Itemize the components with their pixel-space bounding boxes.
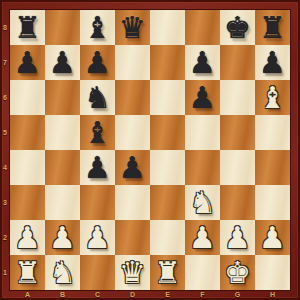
square-c6[interactable]: ♞ [80,80,115,115]
rank-label-6: 6 [0,80,10,115]
rank-label-3: 3 [0,185,10,220]
file-label-g: G [220,290,255,300]
rank-label-8: 8 [0,10,10,45]
square-e7[interactable] [150,45,185,80]
square-b4[interactable] [45,150,80,185]
rank-label-5: 5 [0,115,10,150]
white-rook-e1[interactable]: ♜ [154,255,181,290]
square-d6[interactable] [115,80,150,115]
square-f8[interactable] [185,10,220,45]
square-c4[interactable]: ♟ [80,150,115,185]
square-f4[interactable] [185,150,220,185]
square-d3[interactable] [115,185,150,220]
chess-board-frame: 87654321 ♜♝♛♚♜♟♟♟♟♟♞♟♝♝♟♟♞♟♟♟♟♟♟♜♞♛♜♚ AB… [0,0,300,300]
rank-label-7: 7 [0,45,10,80]
square-c5[interactable]: ♝ [80,115,115,150]
square-h6[interactable]: ♝ [255,80,290,115]
rank-label-2: 2 [0,220,10,255]
square-a3[interactable] [10,185,45,220]
rank-labels: 87654321 [0,10,10,290]
white-knight-f3[interactable]: ♞ [189,185,216,220]
white-bishop-h6[interactable]: ♝ [259,80,286,115]
chess-board[interactable]: ♜♝♛♚♜♟♟♟♟♟♞♟♝♝♟♟♞♟♟♟♟♟♟♜♞♛♜♚ [10,10,290,290]
file-label-b: B [45,290,80,300]
black-rook-a8[interactable]: ♜ [14,10,41,45]
square-h5[interactable] [255,115,290,150]
square-c3[interactable] [80,185,115,220]
square-h1[interactable] [255,255,290,290]
white-pawn-a2[interactable]: ♟ [14,220,41,255]
square-d2[interactable] [115,220,150,255]
square-f1[interactable] [185,255,220,290]
file-label-d: D [115,290,150,300]
square-g2[interactable]: ♟ [220,220,255,255]
square-f7[interactable]: ♟ [185,45,220,80]
square-e3[interactable] [150,185,185,220]
white-pawn-c2[interactable]: ♟ [84,220,111,255]
square-g3[interactable] [220,185,255,220]
file-label-a: A [10,290,45,300]
square-e2[interactable] [150,220,185,255]
white-knight-b1[interactable]: ♞ [49,255,76,290]
square-b5[interactable] [45,115,80,150]
square-f5[interactable] [185,115,220,150]
square-f2[interactable]: ♟ [185,220,220,255]
black-pawn-a7[interactable]: ♟ [14,45,41,80]
black-pawn-c7[interactable]: ♟ [84,45,111,80]
square-g7[interactable] [220,45,255,80]
rank-label-4: 4 [0,150,10,185]
square-g6[interactable] [220,80,255,115]
file-labels: ABCDEFGH [10,290,290,300]
white-pawn-h2[interactable]: ♟ [259,220,286,255]
file-label-f: F [185,290,220,300]
square-h2[interactable]: ♟ [255,220,290,255]
black-king-g8[interactable]: ♚ [224,10,251,45]
square-g5[interactable] [220,115,255,150]
square-e5[interactable] [150,115,185,150]
black-bishop-c5[interactable]: ♝ [84,115,111,150]
file-label-h: H [255,290,290,300]
square-h8[interactable]: ♜ [255,10,290,45]
square-g1[interactable]: ♚ [220,255,255,290]
square-a2[interactable]: ♟ [10,220,45,255]
white-pawn-g2[interactable]: ♟ [224,220,251,255]
black-pawn-f7[interactable]: ♟ [189,45,216,80]
black-pawn-c4[interactable]: ♟ [84,150,111,185]
black-pawn-d4[interactable]: ♟ [119,150,146,185]
square-a7[interactable]: ♟ [10,45,45,80]
square-d1[interactable]: ♛ [115,255,150,290]
square-b3[interactable] [45,185,80,220]
file-label-c: C [80,290,115,300]
black-pawn-f6[interactable]: ♟ [189,80,216,115]
white-queen-d1[interactable]: ♛ [119,255,146,290]
black-queen-d8[interactable]: ♛ [119,10,146,45]
square-e1[interactable]: ♜ [150,255,185,290]
square-e8[interactable] [150,10,185,45]
rank-label-1: 1 [0,255,10,290]
file-label-e: E [150,290,185,300]
square-d5[interactable] [115,115,150,150]
square-a6[interactable] [10,80,45,115]
square-b8[interactable] [45,10,80,45]
black-knight-c6[interactable]: ♞ [84,80,111,115]
white-pawn-f2[interactable]: ♟ [189,220,216,255]
square-a4[interactable] [10,150,45,185]
square-b6[interactable] [45,80,80,115]
square-h4[interactable] [255,150,290,185]
square-h7[interactable]: ♟ [255,45,290,80]
square-c2[interactable]: ♟ [80,220,115,255]
square-a1[interactable]: ♜ [10,255,45,290]
square-a5[interactable] [10,115,45,150]
square-b7[interactable]: ♟ [45,45,80,80]
square-f3[interactable]: ♞ [185,185,220,220]
square-g4[interactable] [220,150,255,185]
square-e6[interactable] [150,80,185,115]
square-h3[interactable] [255,185,290,220]
square-g8[interactable]: ♚ [220,10,255,45]
black-pawn-b7[interactable]: ♟ [49,45,76,80]
white-king-g1[interactable]: ♚ [224,255,251,290]
square-a8[interactable]: ♜ [10,10,45,45]
square-e4[interactable] [150,150,185,185]
square-d4[interactable]: ♟ [115,150,150,185]
white-pawn-b2[interactable]: ♟ [49,220,76,255]
square-c7[interactable]: ♟ [80,45,115,80]
square-f6[interactable]: ♟ [185,80,220,115]
square-b1[interactable]: ♞ [45,255,80,290]
white-rook-a1[interactable]: ♜ [14,255,41,290]
square-c1[interactable] [80,255,115,290]
black-bishop-c8[interactable]: ♝ [84,10,111,45]
black-pawn-h7[interactable]: ♟ [259,45,286,80]
square-d7[interactable] [115,45,150,80]
black-rook-h8[interactable]: ♜ [259,10,286,45]
square-c8[interactable]: ♝ [80,10,115,45]
square-b2[interactable]: ♟ [45,220,80,255]
square-d8[interactable]: ♛ [115,10,150,45]
